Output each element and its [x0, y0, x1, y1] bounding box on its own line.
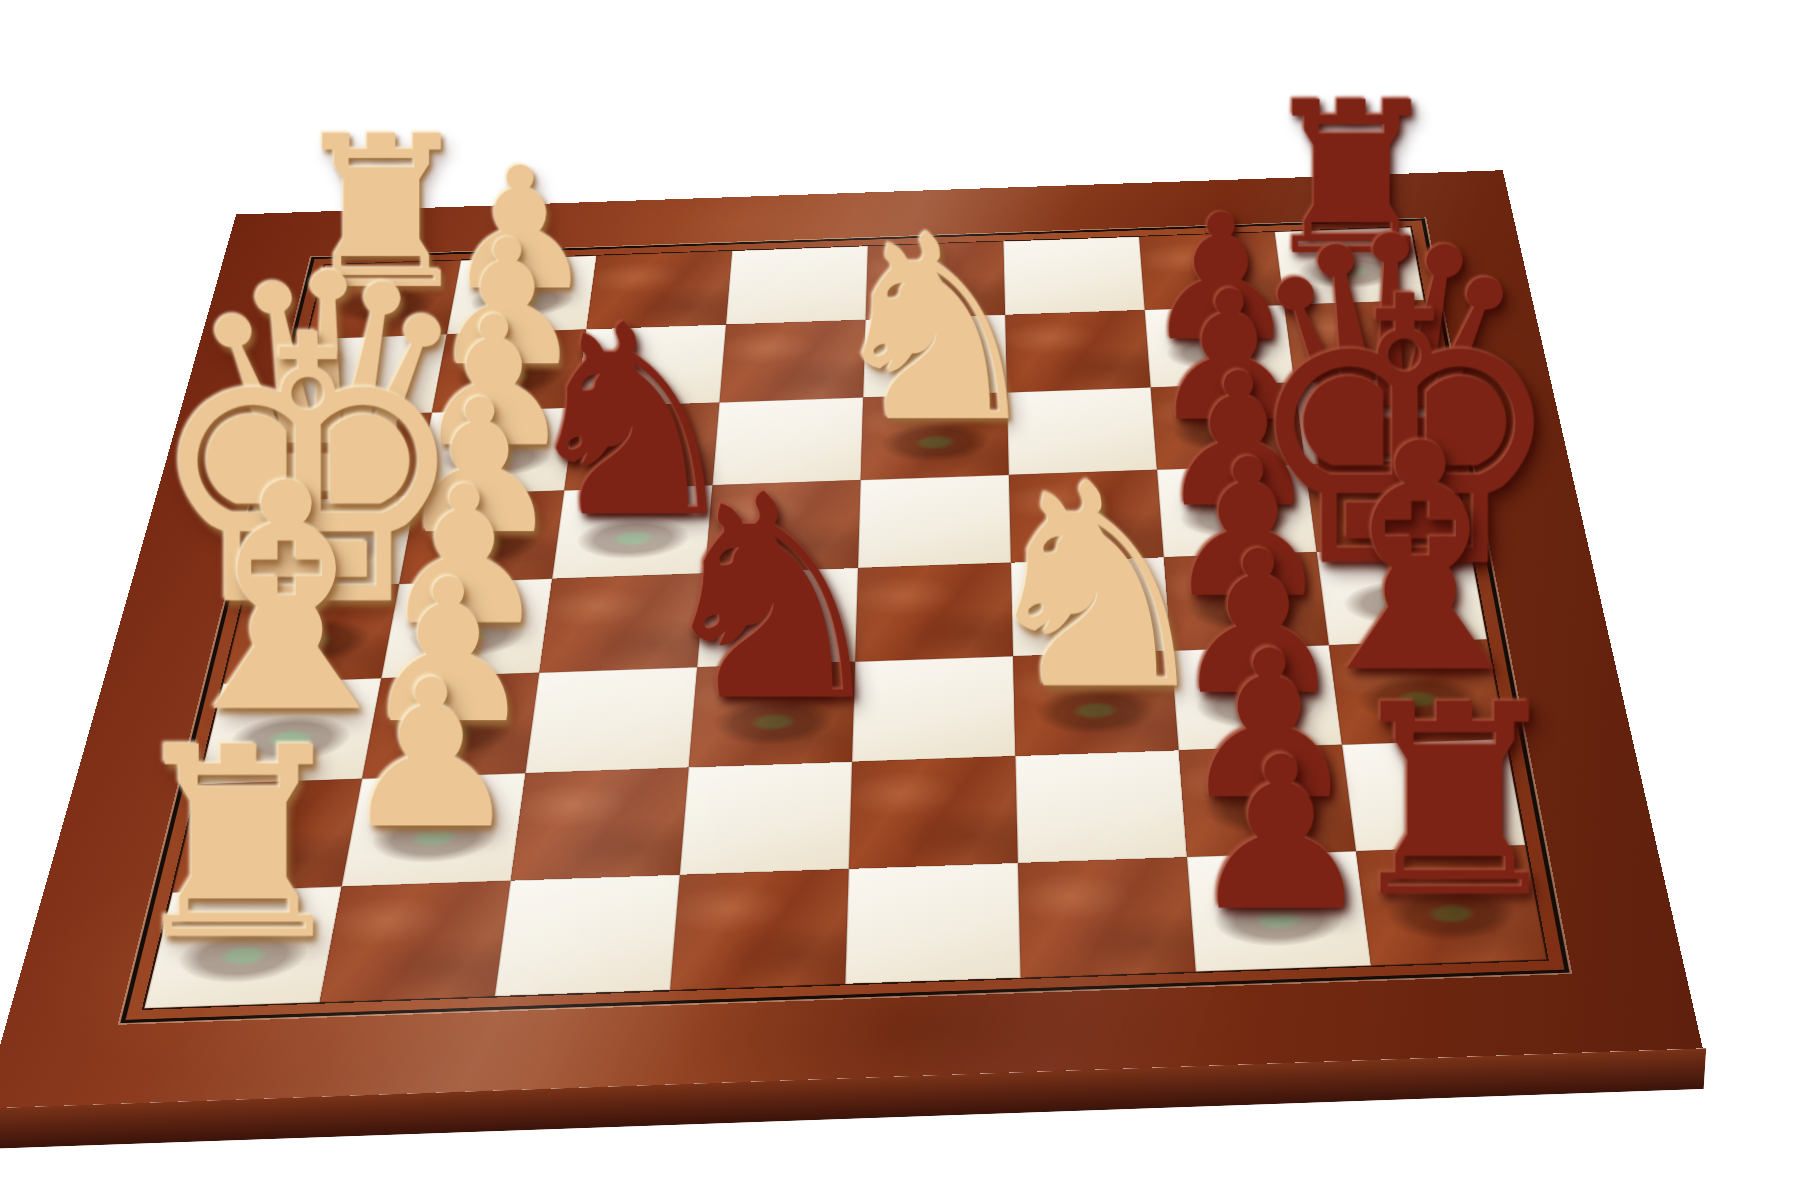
- board-scene: ♜♟♜♟♟♟♞♟♛♟♞♟♛♚♟♟♚♝♟♞♞♟♝♟♟♜♟♜: [0, 0, 1800, 1200]
- square-h6[interactable]: [1018, 857, 1196, 978]
- square-g2[interactable]: ♟: [342, 773, 526, 886]
- square-g3[interactable]: [511, 767, 689, 880]
- square-h3[interactable]: [495, 875, 680, 996]
- square-h4[interactable]: [670, 869, 849, 990]
- piece-white-pawn-g2[interactable]: ♟: [339, 653, 522, 857]
- square-g4[interactable]: [680, 762, 852, 875]
- piece-white-rook-h1[interactable]: ♜: [120, 713, 356, 977]
- square-g5[interactable]: [849, 756, 1018, 869]
- square-f6[interactable]: ♞: [1013, 651, 1179, 756]
- board-grid: ♜♟♜♟♟♟♞♟♛♟♞♟♛♚♟♟♚♝♟♞♞♟♝♟♟♜♟♜: [142, 226, 1549, 1010]
- square-g6[interactable]: [1015, 750, 1187, 863]
- chess-board: ♜♟♜♟♟♟♞♟♛♟♞♟♛♚♟♟♚♝♟♞♞♟♝♟♟♜♟♜: [0, 170, 1703, 1108]
- square-h1[interactable]: ♜: [144, 887, 341, 1009]
- board-frame: ♜♟♜♟♟♟♞♟♛♟♞♟♛♚♟♟♚♝♟♞♞♟♝♟♟♜♟♜: [0, 170, 1703, 1108]
- piece-red-knight-f4[interactable]: ♞: [646, 458, 899, 740]
- square-h5[interactable]: [845, 863, 1020, 984]
- piece-red-rook-h8[interactable]: ♜: [1336, 671, 1572, 935]
- square-f4[interactable]: ♞: [689, 662, 855, 768]
- product-photo: ♜♟♜♟♟♟♞♟♛♟♞♟♛♚♟♟♚♝♟♞♞♟♝♟♟♜♟♜: [0, 0, 1800, 1200]
- board-pinstripe: ♜♟♜♟♟♟♞♟♛♟♞♟♛♚♟♟♚♝♟♞♞♟♝♟♟♜♟♜: [120, 218, 1569, 1023]
- square-h8[interactable]: ♜: [1356, 845, 1546, 965]
- piece-white-knight-c5[interactable]: ♞: [820, 201, 1049, 457]
